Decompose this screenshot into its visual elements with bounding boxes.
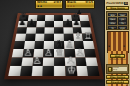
square-d3[interactable]: ♙ — [43, 49, 54, 57]
piece-white-p-b3[interactable]: ♙ — [23, 47, 32, 57]
play-online-button[interactable]: Play Online — [106, 75, 129, 79]
board-scene: ♜♚♟♟♟♟♗♖♞♙♙♙♕♙♙♙♔ — [12, 0, 96, 83]
piece-white-k-f1[interactable]: ♔ — [66, 65, 75, 76]
square-d6[interactable] — [45, 27, 54, 34]
square-c1[interactable] — [31, 66, 43, 76]
mini-board-frame: ♜♚♟♟♟♟♗♖♞♙♙♙♕♙♙♙♔ — [107, 31, 129, 53]
square-h5[interactable]: ♖ — [82, 34, 93, 41]
sidebar: FlashCHESS III New Game Bg5Ne4Qe3g6Rh5f6… — [104, 0, 130, 86]
square-e4[interactable]: ♞ — [54, 41, 64, 49]
square-d2[interactable] — [43, 57, 54, 66]
options-lines: SoundHelp — [113, 67, 127, 71]
move-cell-3-black[interactable]: Kg8 — [118, 26, 127, 29]
piece-white-b-g5[interactable]: ♗ — [74, 32, 82, 41]
square-b3[interactable]: ♙ — [22, 49, 33, 57]
piece-black-n-e4[interactable]: ♞ — [55, 39, 63, 48]
chess-board-3d[interactable]: ♜♚♟♟♟♟♗♖♞♙♙♙♕♙♙♙♔ — [4, 13, 104, 79]
square-h2[interactable] — [86, 57, 98, 66]
square-c2[interactable]: ♙ — [32, 57, 43, 66]
square-d4[interactable] — [44, 41, 54, 49]
download-button[interactable]: Download — [106, 80, 129, 84]
new-game-button[interactable]: New Game — [106, 6, 129, 10]
piece-white-p-f4[interactable]: ♙ — [65, 39, 73, 48]
sound-icon[interactable]: ♪ — [108, 67, 112, 72]
square-c3[interactable] — [33, 49, 44, 57]
piece-white-r-h5[interactable]: ♖ — [84, 32, 92, 41]
logo-badge: III — [124, 2, 127, 5]
square-h3[interactable] — [84, 49, 96, 57]
square-c6[interactable] — [35, 27, 45, 34]
square-e6[interactable] — [54, 27, 63, 34]
piece-white-p-d3[interactable]: ♙ — [44, 47, 53, 57]
move-list: Bg5Ne4Qe3g6Rh5f6f4Kg8 — [106, 11, 129, 30]
move-cell-3-white[interactable]: f4 — [108, 26, 117, 29]
piece-black-p-b7[interactable]: ♟ — [28, 19, 36, 27]
square-a3[interactable] — [12, 49, 24, 57]
square-d5[interactable] — [44, 34, 54, 41]
square-c4[interactable] — [34, 41, 44, 49]
piece-white-p-c2[interactable]: ♙ — [33, 56, 42, 66]
move-cell-1-black[interactable]: g6 — [118, 17, 127, 20]
piece-white-p-f2[interactable]: ♙ — [66, 56, 75, 66]
square-b1[interactable] — [20, 66, 32, 76]
piece-black-p-f7[interactable]: ♟ — [64, 19, 72, 27]
piece-white-q-e3[interactable]: ♕ — [55, 47, 64, 57]
square-d1[interactable] — [43, 66, 54, 76]
options-panel: ♪ SoundHelp — [106, 64, 129, 74]
logo-text: FlashCHESS — [106, 2, 123, 5]
mini-board-2d[interactable]: ♜♚♟♟♟♟♗♖♞♙♙♙♕♙♙♙♔ — [108, 32, 128, 52]
square-h1[interactable] — [87, 66, 100, 76]
game-logo: FlashCHESS III — [106, 1, 129, 5]
status-text: White to move — [107, 59, 128, 62]
captured-piece-figure: ♟ — [76, 8, 82, 16]
square-a2[interactable] — [10, 57, 22, 66]
move-cell-1-white[interactable]: Qe3 — [108, 17, 117, 20]
square-e1[interactable] — [54, 66, 65, 76]
square-e5[interactable] — [54, 34, 64, 41]
piece-white-p-g3[interactable]: ♙ — [76, 47, 85, 57]
move-cell-2-white[interactable]: Rh5 — [108, 21, 117, 24]
piece-black-r-a8[interactable]: ♜ — [20, 13, 27, 21]
square-e3[interactable]: ♕ — [54, 49, 65, 57]
move-cell-0-white[interactable]: Bg5 — [108, 13, 117, 16]
square-h4[interactable] — [83, 41, 94, 49]
move-cell-2-black[interactable]: f6 — [118, 21, 127, 24]
option-line-1[interactable]: Help — [113, 69, 127, 71]
square-a1[interactable] — [8, 66, 21, 76]
piece-black-p-a7[interactable]: ♟ — [18, 19, 26, 27]
mini-square-h8 — [126, 32, 129, 51]
square-c5[interactable] — [35, 34, 45, 41]
square-e2[interactable] — [54, 57, 65, 66]
square-b2[interactable] — [21, 57, 33, 66]
flash-chess-app: White 2:07 ♟♟ Black 0:15 ♙♙♙ ♟ ♜♚♟♟♟♟♗♖♞… — [0, 0, 130, 86]
option-line-0[interactable]: Sound — [113, 67, 127, 69]
square-h6[interactable] — [81, 27, 91, 34]
move-cell-0-black[interactable]: Ne4 — [118, 13, 127, 16]
